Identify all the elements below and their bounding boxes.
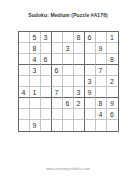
cell-r1c8[interactable] xyxy=(96,32,107,43)
cell-r4c8: 7 xyxy=(96,65,107,76)
cell-r7c8: 8 xyxy=(96,98,107,109)
cell-r2c8: 9 xyxy=(96,43,107,54)
cell-r7c5: 6 xyxy=(63,98,74,109)
cell-r9c9[interactable] xyxy=(107,120,118,131)
cell-r3c7[interactable] xyxy=(85,54,96,65)
cell-r3c4[interactable] xyxy=(52,54,63,65)
cell-r7c1[interactable] xyxy=(19,98,30,109)
cell-r4c6[interactable] xyxy=(74,65,85,76)
cell-r2c2: 8 xyxy=(30,43,41,54)
cell-r1c9: 1 xyxy=(107,32,118,43)
cell-r4c2: 3 xyxy=(30,65,41,76)
cell-r3c3: 6 xyxy=(41,54,52,65)
cell-r3c1[interactable] xyxy=(19,54,30,65)
cell-r9c4[interactable] xyxy=(52,120,63,131)
cell-r9c8[interactable] xyxy=(96,120,107,131)
cell-r9c5[interactable] xyxy=(63,120,74,131)
cell-r6c1: 4 xyxy=(19,87,30,98)
cell-r2c3[interactable] xyxy=(41,43,52,54)
cell-r3c9: 8 xyxy=(107,54,118,65)
cell-r3c6[interactable] xyxy=(74,54,85,65)
cell-r5c6[interactable] xyxy=(74,76,85,87)
cell-r1c2: 5 xyxy=(30,32,41,43)
cell-r8c4[interactable] xyxy=(52,109,63,120)
footer-url: www.printmysudoku.com xyxy=(0,166,136,171)
cell-r6c4: 7 xyxy=(52,87,63,98)
cell-r2c1[interactable] xyxy=(19,43,30,54)
cell-r4c4: 6 xyxy=(52,65,63,76)
cell-r4c9[interactable] xyxy=(107,65,118,76)
cell-r5c2[interactable] xyxy=(30,76,41,87)
cell-r9c7[interactable] xyxy=(85,120,96,131)
cell-r3c8[interactable] xyxy=(96,54,107,65)
cell-r9c6[interactable] xyxy=(74,120,85,131)
cell-r8c1[interactable] xyxy=(19,109,30,120)
cell-r4c5[interactable] xyxy=(63,65,74,76)
cell-r6c5[interactable] xyxy=(63,87,74,98)
puzzle-title: Sudoku: Medium (Puzzle #A176) xyxy=(0,0,136,18)
cell-r9c1[interactable] xyxy=(19,120,30,131)
cell-r4c3[interactable] xyxy=(41,65,52,76)
cell-r7c6: 2 xyxy=(74,98,85,109)
cell-r5c8[interactable] xyxy=(96,76,107,87)
cell-r5c3[interactable] xyxy=(41,76,52,87)
cell-r8c9: 6 xyxy=(107,109,118,120)
cell-r8c6[interactable] xyxy=(74,109,85,120)
cell-r6c2: 1 xyxy=(30,87,41,98)
cell-r5c5[interactable] xyxy=(63,76,74,87)
cell-r1c3: 3 xyxy=(41,32,52,43)
cell-r6c6: 3 xyxy=(74,87,85,98)
cell-r1c5[interactable] xyxy=(63,32,74,43)
cell-r4c7[interactable] xyxy=(85,65,96,76)
sudoku-board: 5386183946836732417396289469 xyxy=(18,31,119,132)
cell-r2c7[interactable] xyxy=(85,43,96,54)
cell-r6c7: 9 xyxy=(85,87,96,98)
cell-r6c9[interactable] xyxy=(107,87,118,98)
cell-r5c7: 3 xyxy=(85,76,96,87)
cell-r1c4[interactable] xyxy=(52,32,63,43)
cell-r8c8: 4 xyxy=(96,109,107,120)
cell-r1c1[interactable] xyxy=(19,32,30,43)
cell-r1c6: 8 xyxy=(74,32,85,43)
cell-r9c3[interactable] xyxy=(41,120,52,131)
cell-r3c2: 4 xyxy=(30,54,41,65)
cell-r7c2[interactable] xyxy=(30,98,41,109)
cell-r5c4[interactable] xyxy=(52,76,63,87)
cell-r3c5[interactable] xyxy=(63,54,74,65)
cell-r9c2: 9 xyxy=(30,120,41,131)
cell-r8c7[interactable] xyxy=(85,109,96,120)
cell-r2c5: 3 xyxy=(63,43,74,54)
cell-r2c6[interactable] xyxy=(74,43,85,54)
cell-r1c7: 6 xyxy=(85,32,96,43)
cell-r5c9: 2 xyxy=(107,76,118,87)
cell-r6c8[interactable] xyxy=(96,87,107,98)
cell-r4c1[interactable] xyxy=(19,65,30,76)
cell-r2c4[interactable] xyxy=(52,43,63,54)
cell-r8c3[interactable] xyxy=(41,109,52,120)
cell-r7c9: 9 xyxy=(107,98,118,109)
cell-r5c1[interactable] xyxy=(19,76,30,87)
cell-r8c2[interactable] xyxy=(30,109,41,120)
cell-r8c5[interactable] xyxy=(63,109,74,120)
cell-r7c3[interactable] xyxy=(41,98,52,109)
cell-r2c9[interactable] xyxy=(107,43,118,54)
cell-r6c3[interactable] xyxy=(41,87,52,98)
cell-r7c4[interactable] xyxy=(52,98,63,109)
cell-r7c7[interactable] xyxy=(85,98,96,109)
